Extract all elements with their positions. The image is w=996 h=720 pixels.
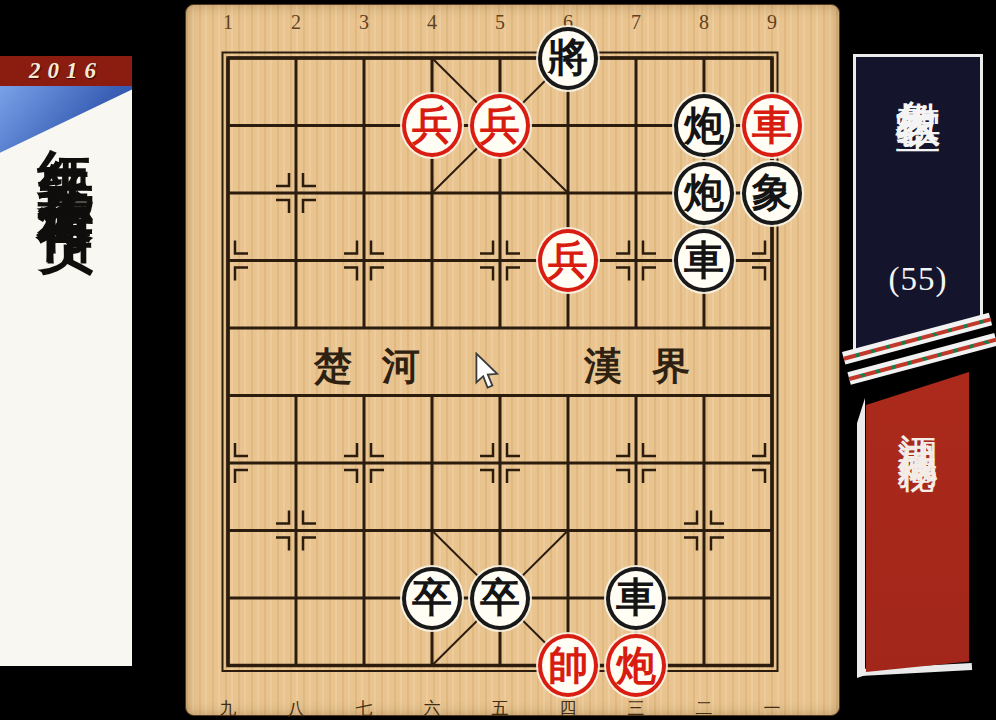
xiangqi-board[interactable]: 123456789 九八七六五四三二一 楚河 漢界 將兵兵炮車炮象兵車卒卒車帥炮 <box>185 4 840 716</box>
piece-black-chariot[interactable]: 車 <box>674 229 734 292</box>
piece-black-chariot[interactable]: 車 <box>606 567 666 630</box>
file-label-bottom-1: 九 <box>214 697 242 720</box>
file-label-top-7: 7 <box>622 11 650 34</box>
piece-red-pawn[interactable]: 兵 <box>470 94 530 157</box>
file-label-bottom-4: 六 <box>418 697 446 720</box>
series-title-box: 象棋教室 (55) <box>853 54 983 358</box>
file-label-bottom-3: 七 <box>350 697 378 720</box>
piece-red-cannon[interactable]: 炮 <box>606 634 666 697</box>
file-label-bottom-8: 二 <box>690 697 718 720</box>
piece-black-cannon[interactable]: 炮 <box>674 162 734 225</box>
river-text-left: 楚河 <box>314 341 450 392</box>
rule-slogan-text: 红先黑后长将作负 <box>28 104 104 184</box>
file-label-bottom-7: 三 <box>622 697 650 720</box>
piece-black-pawn[interactable]: 卒 <box>402 567 462 630</box>
file-label-bottom-6: 四 <box>554 697 582 720</box>
file-label-top-9: 9 <box>758 11 786 34</box>
piece-red-general[interactable]: 帥 <box>538 634 598 697</box>
file-label-top-4: 4 <box>418 11 446 34</box>
topic-title: 江湖残局揭秘 <box>890 402 945 426</box>
file-label-top-2: 2 <box>282 11 310 34</box>
file-label-top-3: 3 <box>350 11 378 34</box>
piece-black-general[interactable]: 將 <box>538 27 598 90</box>
video-frame: 2016 红先黑后长将作负 123456789 九八七六五四三二一 楚河 漢界 … <box>0 0 996 720</box>
file-label-top-8: 8 <box>690 11 718 34</box>
piece-black-pawn[interactable]: 卒 <box>470 567 530 630</box>
file-label-bottom-9: 一 <box>758 697 786 720</box>
file-label-bottom-5: 五 <box>486 697 514 720</box>
river-text-right: 漢界 <box>584 341 720 392</box>
rule-slogan: 红先黑后长将作负 <box>0 104 132 666</box>
series-title: 象棋教室 <box>856 63 980 71</box>
file-label-top-1: 1 <box>214 11 242 34</box>
file-label-top-5: 5 <box>486 11 514 34</box>
episode-number: (55) <box>856 261 980 298</box>
piece-red-chariot[interactable]: 車 <box>742 94 802 157</box>
mouse-cursor-icon <box>474 352 502 396</box>
year-band: 2016 <box>0 56 132 86</box>
piece-black-elephant[interactable]: 象 <box>742 162 802 225</box>
piece-black-cannon[interactable]: 炮 <box>674 94 734 157</box>
topic-box-edge <box>857 398 865 678</box>
topic-title-box: 江湖残局揭秘 <box>866 372 969 672</box>
piece-red-pawn[interactable]: 兵 <box>538 229 598 292</box>
file-label-bottom-2: 八 <box>282 697 310 720</box>
piece-red-pawn[interactable]: 兵 <box>402 94 462 157</box>
